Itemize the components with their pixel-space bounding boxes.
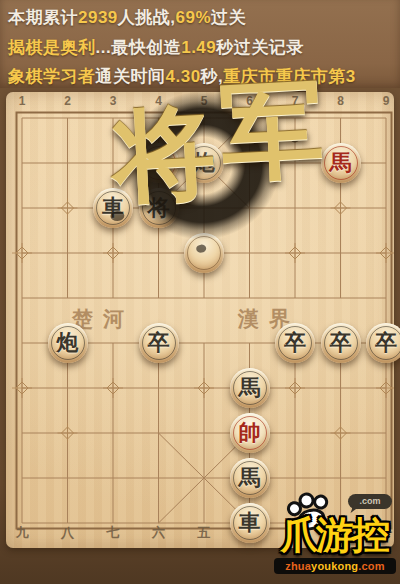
file-label-top-2: 2 [56,94,80,108]
app-screen: 本期累计2939人挑战,69%过关揭棋是奥利...最快创造1.49秒过关记录象棋… [0,0,400,584]
piece-red-帥[interactable]: 帥 [230,413,270,453]
file-label-top-1: 1 [10,94,34,108]
file-label-bottom-4: 六 [147,524,171,542]
piece-unknown-hidden[interactable] [184,233,224,273]
piece-black-卒[interactable]: 卒 [139,323,179,363]
com-bubble: .com [348,494,392,509]
piece-red-馬[interactable]: 馬 [321,143,361,183]
file-label-top-3: 3 [101,94,125,108]
file-label-top-8: 8 [329,94,353,108]
ticker-line-3: 象棋学习者通关时间4.30秒,重庆市重庆市第3 [8,64,400,90]
file-label-top-6: 6 [238,94,262,108]
file-label-top-7: 7 [283,94,307,108]
piece-black-馬[interactable]: 馬 [230,368,270,408]
xiangqi-board[interactable]: 楚河 漢界 123456789九八七六五四三二一車炮馬車将炮卒卒卒卒馬帥馬車 [6,92,394,548]
piece-red-車[interactable]: 車 [139,143,179,183]
piece-black-将[interactable]: 将 [139,188,179,228]
file-label-bottom-3: 七 [101,524,125,542]
file-label-bottom-5: 五 [192,524,216,542]
file-label-bottom-2: 八 [56,524,80,542]
stats-ticker: 本期累计2939人挑战,69%过关揭棋是奥利...最快创造1.49秒过关记录象棋… [0,0,400,90]
ticker-line-1: 本期累计2939人挑战,69%过关 [8,5,400,31]
ticker-line-2: 揭棋是奥利...最快创造1.49秒过关记录 [8,35,400,61]
piece-black-炮[interactable]: 炮 [184,143,224,183]
file-label-top-4: 4 [147,94,171,108]
logo-url-bar: zhuayoukong.com [274,558,396,574]
zhuayoukong-watermark: .com 爪游控 zhuayoukong.com [268,492,400,584]
piece-black-馬[interactable]: 馬 [230,458,270,498]
piece-black-卒[interactable]: 卒 [366,323,400,363]
piece-black-炮[interactable]: 炮 [48,323,88,363]
file-label-bottom-1: 九 [10,524,34,542]
piece-black-車[interactable]: 車 [93,188,133,228]
piece-black-卒[interactable]: 卒 [275,323,315,363]
logo-title: 爪游控 [268,513,400,557]
piece-black-車[interactable]: 車 [230,503,270,543]
file-label-top-9: 9 [374,94,398,108]
piece-black-卒[interactable]: 卒 [321,323,361,363]
file-label-top-5: 5 [192,94,216,108]
